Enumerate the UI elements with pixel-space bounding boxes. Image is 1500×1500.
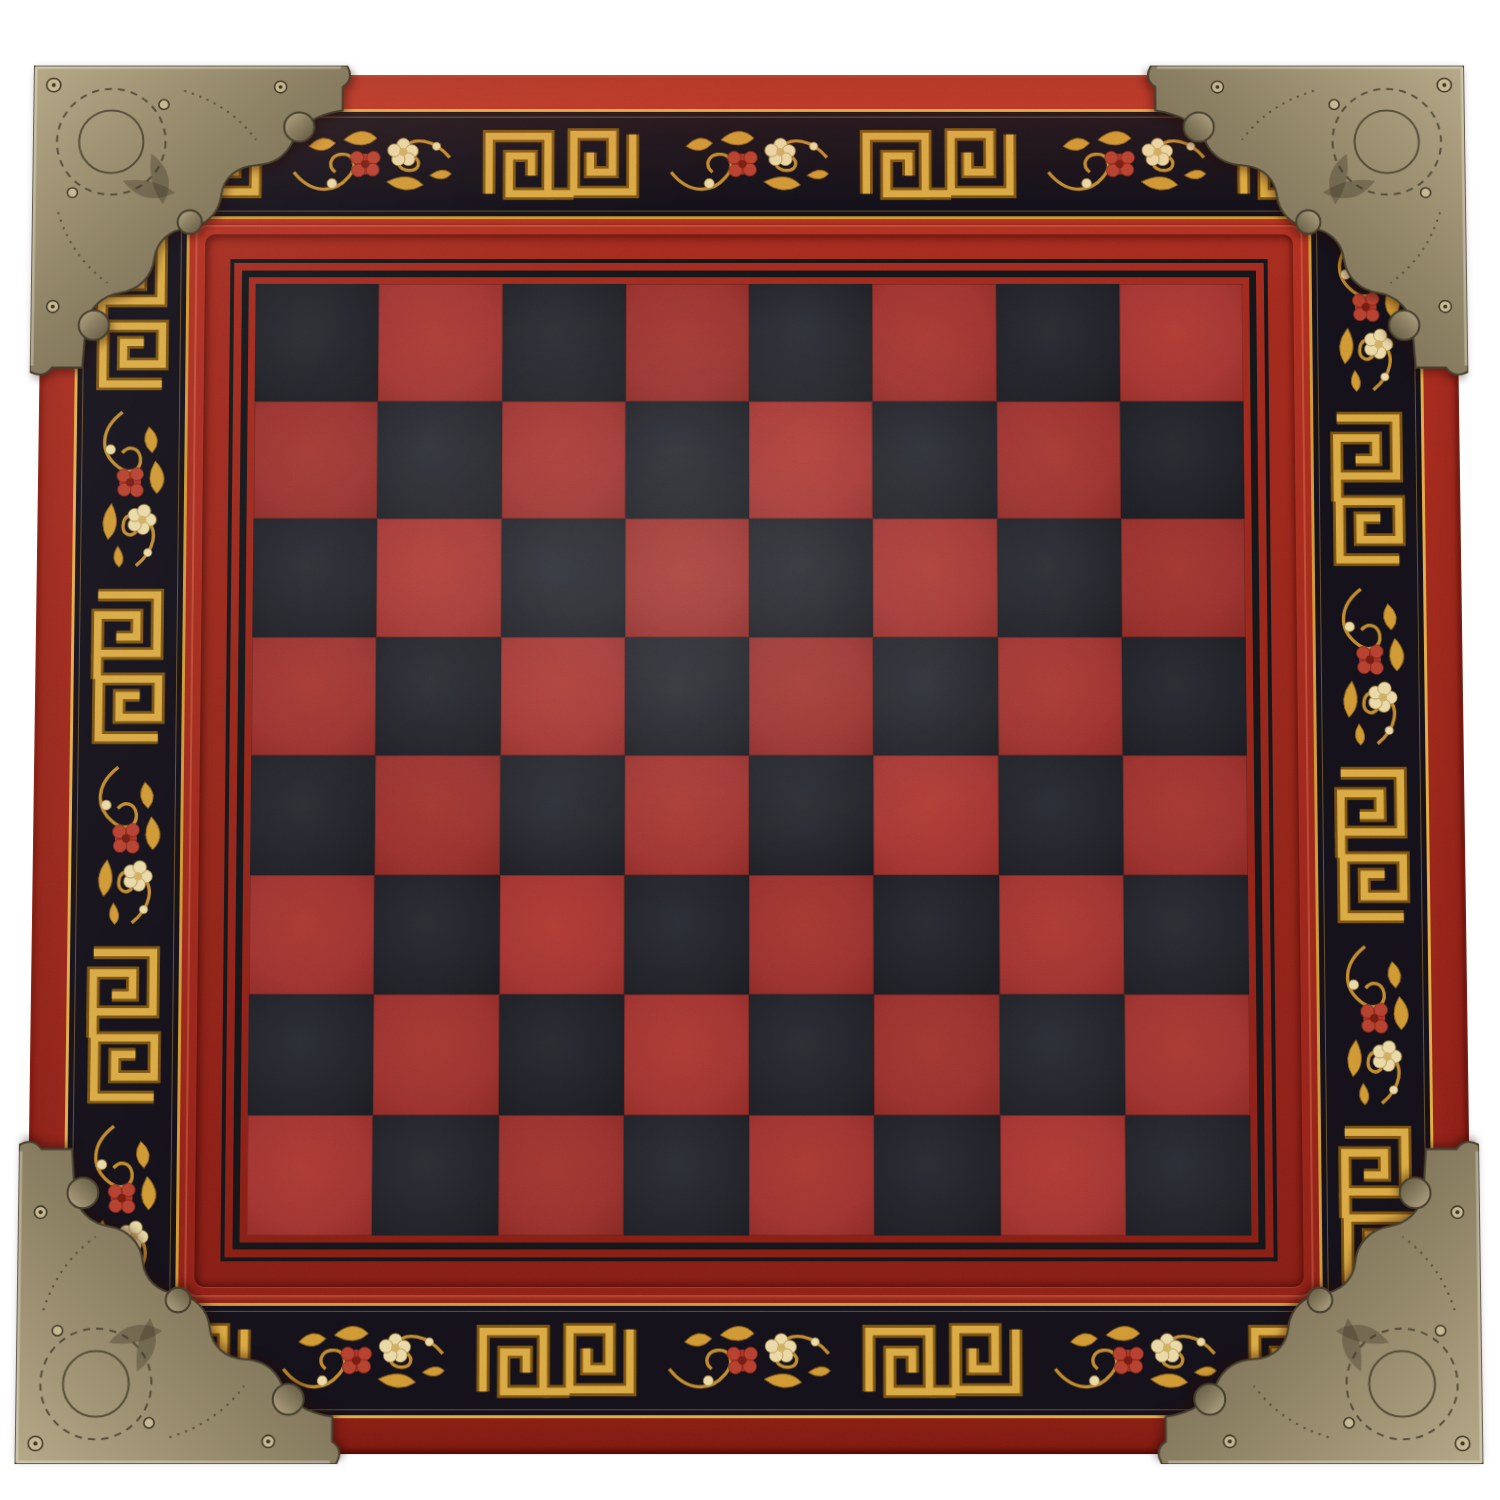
square-c5[interactable] — [500, 637, 625, 756]
square-e2[interactable] — [749, 994, 874, 1114]
square-g5[interactable] — [997, 637, 1122, 756]
motif-wrapper — [1327, 584, 1414, 749]
board-border-inner — [232, 271, 1265, 1250]
square-b5[interactable] — [376, 637, 501, 756]
square-e7[interactable] — [749, 401, 873, 519]
square-a3[interactable] — [249, 875, 375, 995]
square-g2[interactable] — [999, 994, 1125, 1114]
square-c3[interactable] — [499, 875, 624, 995]
square-g8[interactable] — [996, 284, 1120, 401]
square-a5[interactable] — [251, 637, 376, 756]
motif-wrapper — [87, 408, 173, 571]
square-c4[interactable] — [499, 755, 624, 874]
square-c2[interactable] — [498, 994, 624, 1114]
square-d2[interactable] — [624, 994, 749, 1114]
brass-corner-mount-top-left — [30, 66, 355, 380]
square-c6[interactable] — [501, 519, 625, 637]
checkerboard-grid — [247, 284, 1252, 1236]
floral-motif — [1331, 941, 1418, 1108]
lacquer-table-top — [25, 75, 1474, 1454]
motif-wrapper — [1329, 762, 1416, 928]
square-b1[interactable] — [372, 1115, 498, 1236]
square-b8[interactable] — [378, 284, 502, 401]
perspective-wrapper — [0, 43, 1500, 1500]
square-h4[interactable] — [1122, 755, 1248, 874]
square-a6[interactable] — [252, 519, 377, 637]
square-e8[interactable] — [749, 284, 873, 401]
square-d8[interactable] — [625, 284, 749, 401]
brass-corner-mount-bottom-right — [1151, 1137, 1483, 1464]
square-e5[interactable] — [749, 637, 873, 756]
square-d7[interactable] — [625, 401, 749, 519]
greek-key-motif — [477, 123, 643, 205]
floral-motif — [82, 762, 169, 928]
square-h6[interactable] — [1121, 519, 1246, 637]
square-e4[interactable] — [749, 755, 874, 874]
square-f4[interactable] — [873, 755, 998, 874]
floral-motif — [664, 1318, 834, 1403]
square-c8[interactable] — [502, 284, 626, 401]
square-d6[interactable] — [625, 519, 749, 637]
square-e3[interactable] — [749, 875, 874, 995]
square-c1[interactable] — [498, 1115, 624, 1236]
motif-wrapper — [82, 762, 169, 928]
square-h2[interactable] — [1124, 994, 1250, 1114]
square-h7[interactable] — [1120, 401, 1245, 519]
square-g1[interactable] — [1000, 1115, 1126, 1236]
board-border-outer — [220, 259, 1277, 1261]
square-g4[interactable] — [998, 755, 1123, 874]
greek-key-motif — [471, 1318, 641, 1403]
greek-key-motif — [1329, 762, 1416, 928]
square-f5[interactable] — [873, 637, 998, 756]
square-g3[interactable] — [999, 875, 1125, 995]
square-g6[interactable] — [997, 519, 1122, 637]
square-e1[interactable] — [749, 1115, 875, 1236]
square-a4[interactable] — [250, 755, 376, 874]
square-b7[interactable] — [377, 401, 501, 519]
square-b3[interactable] — [374, 875, 500, 995]
square-g7[interactable] — [996, 401, 1120, 519]
square-f8[interactable] — [872, 284, 996, 401]
floral-motif — [666, 123, 832, 205]
square-h3[interactable] — [1123, 875, 1249, 995]
square-d4[interactable] — [624, 755, 749, 874]
motif-wrapper — [85, 584, 172, 749]
photo-canvas — [0, 0, 1500, 1500]
square-h5[interactable] — [1122, 637, 1247, 756]
square-c7[interactable] — [501, 401, 625, 519]
square-d1[interactable] — [623, 1115, 749, 1236]
motif-wrapper — [1325, 408, 1411, 571]
square-f2[interactable] — [874, 994, 1000, 1114]
motif-wrapper — [80, 941, 167, 1108]
square-e6[interactable] — [749, 519, 873, 637]
greek-key-motif — [857, 1318, 1027, 1403]
floral-motif — [1327, 584, 1414, 749]
brass-corner-mount-bottom-left — [15, 1137, 347, 1464]
square-a7[interactable] — [253, 401, 378, 519]
square-b2[interactable] — [373, 994, 499, 1114]
square-f1[interactable] — [874, 1115, 1000, 1236]
square-d5[interactable] — [625, 637, 749, 756]
square-a2[interactable] — [248, 994, 374, 1114]
greek-key-motif — [85, 584, 172, 749]
greek-key-motif — [1325, 408, 1411, 571]
square-f3[interactable] — [874, 875, 999, 995]
square-b4[interactable] — [375, 755, 500, 874]
greek-key-motif — [855, 123, 1021, 205]
square-b6[interactable] — [376, 519, 501, 637]
square-f7[interactable] — [873, 401, 997, 519]
motif-wrapper — [1331, 941, 1418, 1108]
square-f6[interactable] — [873, 519, 997, 637]
brass-corner-mount-top-right — [1143, 66, 1468, 380]
square-d3[interactable] — [624, 875, 749, 995]
greek-key-motif — [80, 941, 167, 1108]
floral-motif — [87, 408, 173, 571]
